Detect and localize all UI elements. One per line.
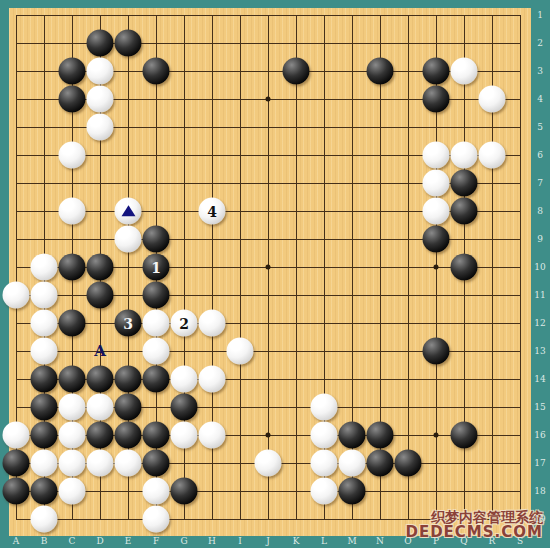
star-point [266,265,271,270]
row-label: 16 [534,430,545,440]
stone-white [143,506,170,533]
stone-black [59,58,86,85]
stone-white [143,310,170,337]
row-label: 12 [534,318,545,328]
row-label: 1 [537,10,543,20]
stone-white [199,366,226,393]
star-point [266,433,271,438]
go-board: 4132A [9,8,531,536]
stone-white [59,422,86,449]
stone-black [283,58,310,85]
stone-black [31,394,58,421]
stone-black [31,366,58,393]
stone-black [31,422,58,449]
stone-white [171,366,198,393]
stone-white [59,478,86,505]
row-label: 8 [537,206,543,216]
point-letter-label: A [94,342,106,360]
stone-white [479,86,506,113]
stone-black [87,422,114,449]
grid-line-horizontal [16,491,521,492]
stone-white [3,282,30,309]
stone-black [171,478,198,505]
grid-line-vertical [296,15,297,520]
stone-black [115,394,142,421]
stone-black [115,30,142,57]
stone-black [115,422,142,449]
stone-black [143,422,170,449]
stone-white [115,198,142,225]
stone-black [367,422,394,449]
grid-line-vertical [408,15,409,520]
column-label: G [180,536,187,546]
stone-white [143,338,170,365]
stone-white [311,394,338,421]
row-label: 6 [537,150,543,160]
star-point [434,265,439,270]
row-label: 2 [537,38,543,48]
star-point [434,433,439,438]
stone-white [451,58,478,85]
column-label: P [433,536,439,546]
column-label: F [153,536,159,546]
stone-black [423,226,450,253]
column-label: Q [460,536,467,546]
stone-black [143,366,170,393]
column-label: E [125,536,132,546]
column-label: D [96,536,103,546]
stone-black [143,58,170,85]
stone-white [31,254,58,281]
column-label: L [321,536,327,546]
stone-black [87,254,114,281]
stone-black [171,394,198,421]
move-number-label: 1 [143,254,170,281]
column-label: A [13,536,20,546]
grid-line-vertical [520,15,521,520]
row-label: 17 [534,458,545,468]
stone-black [451,170,478,197]
stone-black [3,478,30,505]
move-number-label: 3 [115,310,142,337]
column-label: M [347,536,356,546]
stone-white [59,450,86,477]
stone-black [59,366,86,393]
stone-white [479,142,506,169]
stone-white [87,58,114,85]
stone-black [451,422,478,449]
star-point [266,97,271,102]
stone-black [143,450,170,477]
row-label: 3 [537,66,543,76]
row-label: 14 [534,374,545,384]
stone-black [395,450,422,477]
stone-black [339,422,366,449]
column-label: R [489,536,496,546]
stone-white [87,86,114,113]
stone-black [143,226,170,253]
row-label: 7 [537,178,543,188]
stone-white [423,142,450,169]
stone-black [367,58,394,85]
stone-black [3,450,30,477]
stone-white [255,450,282,477]
row-label: 13 [534,346,545,356]
stone-white [423,198,450,225]
column-label: O [404,536,411,546]
stone-black [423,58,450,85]
column-label: N [376,536,384,546]
stone-white [59,394,86,421]
stone-white [3,422,30,449]
stone-white [423,170,450,197]
column-label: J [266,536,270,546]
stone-black [339,478,366,505]
stone-white [143,478,170,505]
column-label: H [208,536,216,546]
stone-white [59,142,86,169]
move-number-label: 2 [171,310,198,337]
row-label: 10 [534,262,545,272]
stone-white [31,450,58,477]
column-label: I [238,536,242,546]
column-label: S [517,536,523,546]
stone-black [451,254,478,281]
stone-white [87,114,114,141]
column-label: B [41,536,48,546]
stone-white [199,422,226,449]
stone-black [59,254,86,281]
move-number-label: 4 [199,198,226,225]
triangle-marker [121,205,135,216]
stone-black [423,86,450,113]
stone-white [115,450,142,477]
stone-black [367,450,394,477]
stone-black [31,478,58,505]
stone-white [31,338,58,365]
stone-white [31,506,58,533]
stone-white: 2 [171,310,198,337]
stone-black: 1 [143,254,170,281]
column-label: C [69,536,76,546]
stone-white [171,422,198,449]
row-label: 18 [534,486,545,496]
row-label: 19 [534,514,545,524]
stone-black: 3 [115,310,142,337]
stone-black [87,30,114,57]
stone-black [59,86,86,113]
stone-white [31,310,58,337]
stone-black [143,282,170,309]
row-label: 5 [537,122,543,132]
go-diagram: 4132A 织梦内容管理系统 DEDECMS.COM ABCDEFGHIJKLM… [0,0,550,548]
stone-white [339,450,366,477]
stone-black [87,366,114,393]
grid-line-horizontal [16,323,521,324]
row-label: 15 [534,402,545,412]
stone-white [199,310,226,337]
stone-black [115,366,142,393]
stone-white [311,450,338,477]
stone-black [451,198,478,225]
column-label: K [293,536,300,546]
stone-white [451,142,478,169]
row-label: 11 [534,290,545,300]
stone-white [311,422,338,449]
stone-white [227,338,254,365]
stone-white [87,450,114,477]
stone-black [59,310,86,337]
row-label: 9 [537,234,543,244]
stone-white [59,198,86,225]
stone-white: 4 [199,198,226,225]
stone-white [115,226,142,253]
stone-black [423,338,450,365]
row-label: 4 [537,94,543,104]
stone-white [31,282,58,309]
stone-black [87,282,114,309]
stone-white [311,478,338,505]
stone-white [87,394,114,421]
